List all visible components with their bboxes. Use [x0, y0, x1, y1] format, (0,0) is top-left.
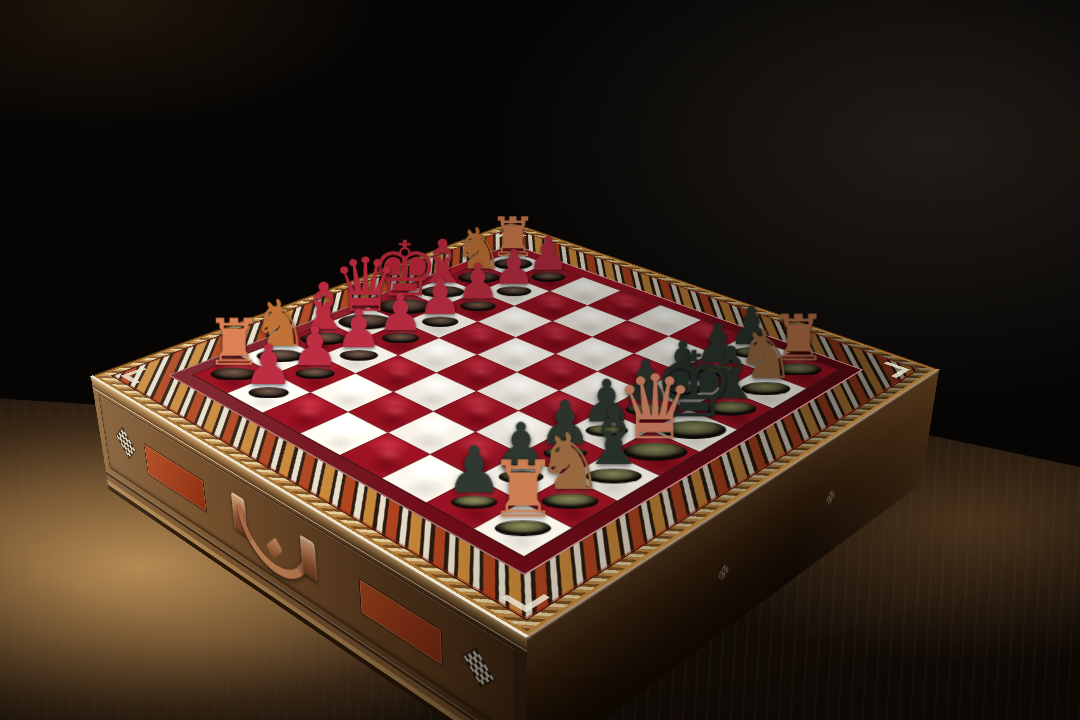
photo: ♜♞♝♛♚♝♞♜♟♟♟♟♟♟♟♟♟♟♟♟♟♟♟♟♜♞♝♛♚♝♞♜	[0, 0, 1080, 720]
side-inlay-motif	[718, 564, 730, 580]
scene: ♜♞♝♛♚♝♞♜♟♟♟♟♟♟♟♟♟♟♟♟♟♟♟♟♜♞♝♛♚♝♞♜	[0, 0, 1080, 720]
side-inlay-motif	[826, 490, 836, 505]
drawer-checker-motif-right	[462, 648, 495, 687]
mop-corner-motif	[121, 367, 158, 384]
piece-white-pawn-a2: ♟	[222, 337, 315, 393]
mop-corner-motif	[873, 362, 909, 379]
board-top: ♜♞♝♛♚♝♞♜♟♟♟♟♟♟♟♟♟♟♟♟♟♟♟♟♜♞♝♛♚♝♞♜	[91, 222, 939, 638]
drawer-checker-motif-left	[116, 427, 136, 460]
piece-black-rook-a8: ♜	[468, 450, 578, 528]
mop-corner-motif	[501, 583, 550, 612]
chess-box: ♜♞♝♛♚♝♞♜♟♟♟♟♟♟♟♟♟♟♟♟♟♟♟♟♜♞♝♛♚♝♞♜	[91, 222, 939, 638]
